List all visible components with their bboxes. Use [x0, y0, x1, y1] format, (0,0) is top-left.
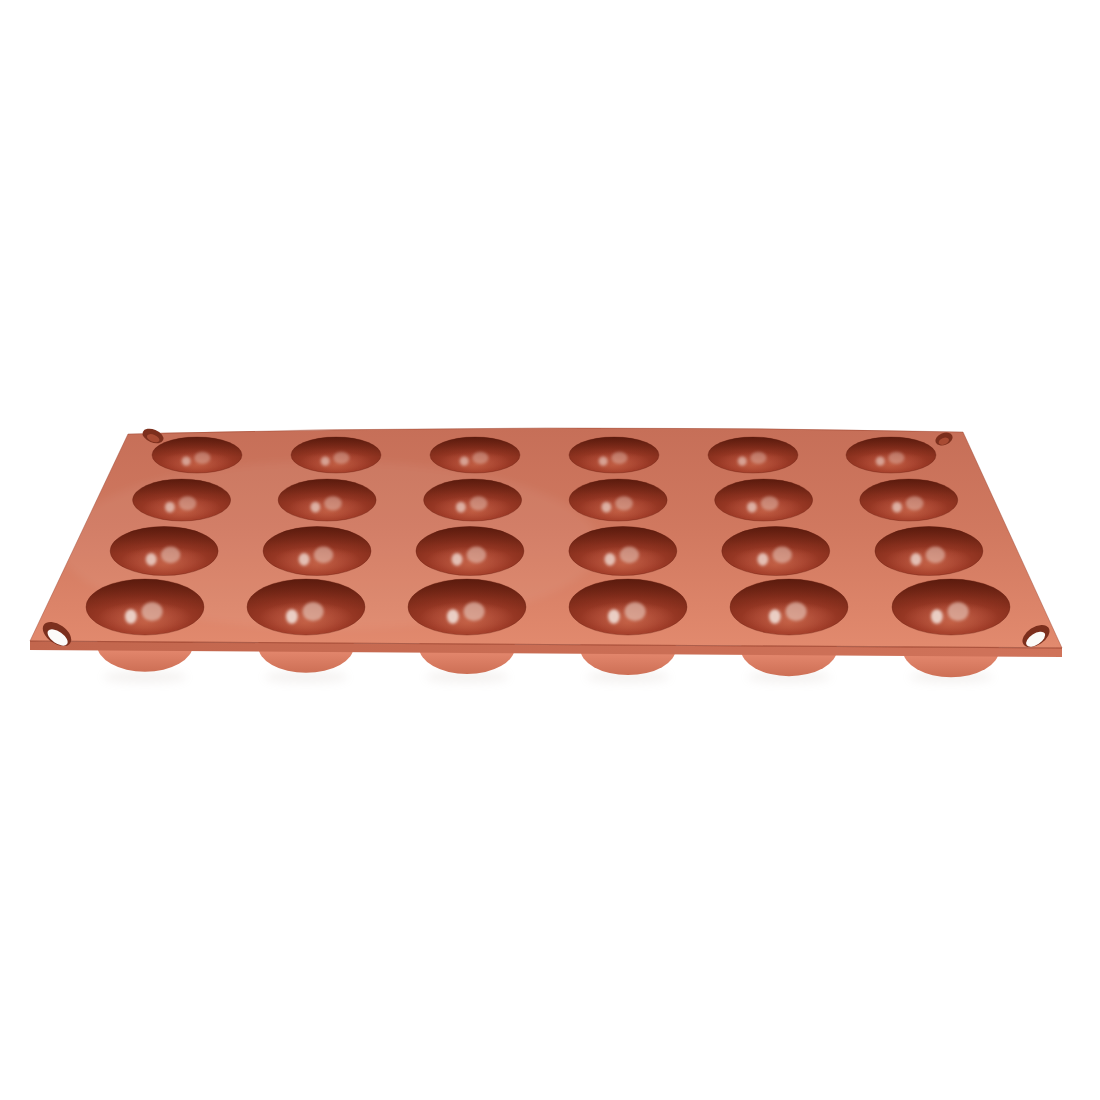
cavity-reflection-small: [447, 609, 459, 624]
product-photo: [0, 0, 1100, 1100]
cavity-reflection-small: [146, 553, 157, 566]
cavity-reflection-small: [892, 502, 902, 513]
cavity-reflection-small: [125, 609, 137, 624]
cavity-reflection-soft: [324, 496, 342, 510]
cavity-r2c2: [278, 479, 376, 521]
cavity-reflection-soft: [194, 452, 210, 464]
cavity-r1c2: [291, 437, 381, 473]
cavity-reflection-small: [299, 553, 310, 566]
cavity-reflection-small: [604, 553, 615, 566]
cavity-reflection-small: [165, 502, 175, 513]
cavity-r3c1: [110, 527, 218, 576]
cavity-reflection-small: [452, 553, 463, 566]
cavity-r1c6: [846, 437, 936, 473]
cavity-reflection-soft: [470, 496, 488, 510]
cavity-r4c4: [569, 579, 687, 635]
cavity-r4c6: [892, 579, 1010, 635]
cavity-reflection-soft: [926, 547, 945, 564]
cavity-r3c6: [875, 527, 983, 576]
bump-shadow-1: [103, 671, 187, 683]
cavity-reflection-soft: [179, 496, 197, 510]
cavity-reflection-soft: [472, 452, 488, 464]
cavity-r3c2: [263, 527, 371, 576]
cavity-r1c1: [152, 437, 242, 473]
product-photo-page: [0, 0, 1100, 1100]
cavity-reflection-small: [757, 553, 768, 566]
cavity-r3c4: [569, 527, 677, 576]
cavity-reflection-soft: [302, 602, 323, 621]
cavity-r4c5: [730, 579, 848, 635]
cavity-reflection-small: [182, 456, 191, 465]
cavity-r2c5: [715, 479, 813, 521]
cavity-reflection-small: [931, 609, 943, 624]
cavity-reflection-soft: [620, 547, 639, 564]
cavity-r2c6: [860, 479, 958, 521]
cavity-reflection-small: [747, 502, 757, 513]
cavity-reflection-soft: [615, 496, 633, 510]
cavity-r4c2: [247, 579, 365, 635]
cavity-r2c4: [569, 479, 667, 521]
silicone-mould-image: [0, 0, 1100, 1100]
cavity-reflection-small: [286, 609, 298, 624]
cavity-r1c5: [708, 437, 798, 473]
cavity-reflection-small: [608, 609, 620, 624]
cavity-reflection-soft: [906, 496, 924, 510]
cavity-reflection-soft: [141, 602, 162, 621]
cavity-reflection-small: [738, 456, 747, 465]
cavity-reflection-soft: [761, 496, 779, 510]
cavity-reflection-small: [769, 609, 781, 624]
cavity-reflection-soft: [467, 547, 486, 564]
cavity-r1c3: [430, 437, 520, 473]
cavity-reflection-soft: [947, 602, 968, 621]
cavity-r3c5: [722, 527, 830, 576]
cavity-reflection-small: [460, 456, 469, 465]
cavity-r4c1: [86, 579, 204, 635]
cavity-reflection-small: [601, 502, 611, 513]
cavity-reflection-small: [310, 502, 320, 513]
cavity-r1c4: [569, 437, 659, 473]
cavity-reflection-soft: [463, 602, 484, 621]
cavity-reflection-soft: [888, 452, 904, 464]
cavity-reflection-soft: [750, 452, 766, 464]
cavity-reflection-small: [456, 502, 466, 513]
cavity-reflection-soft: [333, 452, 349, 464]
cavity-reflection-small: [876, 456, 885, 465]
cavity-r4c3: [408, 579, 526, 635]
cavity-reflection-soft: [773, 547, 792, 564]
cavity-r2c3: [424, 479, 522, 521]
cavity-reflection-soft: [611, 452, 627, 464]
cavity-r2c1: [133, 479, 231, 521]
cavity-reflection-soft: [314, 547, 333, 564]
cavity-reflection-soft: [161, 547, 180, 564]
cavity-reflection-small: [911, 553, 922, 566]
cavity-reflection-soft: [785, 602, 806, 621]
cavity-r3c3: [416, 527, 524, 576]
cavity-reflection-small: [321, 456, 330, 465]
cavity-reflection-small: [599, 456, 608, 465]
cavity-reflection-soft: [624, 602, 645, 621]
